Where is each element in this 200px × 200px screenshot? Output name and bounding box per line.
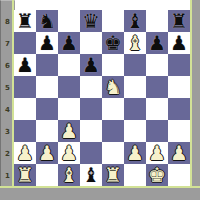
square-c3[interactable]: ♟ — [58, 120, 80, 142]
rank-label-4: 4 — [3, 107, 12, 114]
square-d5[interactable] — [80, 76, 102, 98]
file-coordinate-strip: ABCDEFGH — [0, 186, 200, 200]
square-g6[interactable] — [146, 54, 168, 76]
black-bishop[interactable]: ♝ — [80, 164, 102, 186]
square-c8[interactable] — [58, 10, 80, 32]
black-pawn[interactable]: ♟ — [36, 32, 58, 54]
white-pawn[interactable]: ♟ — [58, 142, 80, 164]
black-rook[interactable]: ♜ — [168, 10, 190, 32]
white-bishop[interactable]: ♝ — [58, 164, 80, 186]
square-e2[interactable] — [102, 142, 124, 164]
white-pawn[interactable]: ♟ — [146, 142, 168, 164]
white-pawn[interactable]: ♟ — [36, 142, 58, 164]
rank-label-2: 2 — [3, 151, 12, 158]
square-c5[interactable] — [58, 76, 80, 98]
square-g7[interactable]: ♟ — [146, 32, 168, 54]
square-b4[interactable] — [36, 98, 58, 120]
square-d3[interactable] — [80, 120, 102, 142]
white-rook[interactable]: ♜ — [14, 164, 36, 186]
rank-label-8: 8 — [3, 19, 12, 26]
black-bishop[interactable]: ♝ — [124, 10, 146, 32]
square-b6[interactable] — [36, 54, 58, 76]
square-c4[interactable] — [58, 98, 80, 120]
square-e6[interactable] — [102, 54, 124, 76]
white-rook[interactable]: ♜ — [102, 164, 124, 186]
square-g5[interactable] — [146, 76, 168, 98]
square-f5[interactable] — [124, 76, 146, 98]
square-b7[interactable]: ♟ — [36, 32, 58, 54]
square-f4[interactable] — [124, 98, 146, 120]
board-edge-line-left — [12, 0, 14, 188]
square-e5[interactable]: ♞ — [102, 76, 124, 98]
square-h5[interactable] — [168, 76, 190, 98]
square-h8[interactable]: ♜ — [168, 10, 190, 32]
square-g4[interactable] — [146, 98, 168, 120]
rank-label-1: 1 — [3, 173, 12, 180]
square-f1[interactable] — [124, 164, 146, 186]
black-pawn[interactable]: ♟ — [146, 32, 168, 54]
square-a4[interactable] — [14, 98, 36, 120]
square-b8[interactable]: ♞ — [36, 10, 58, 32]
square-f6[interactable] — [124, 54, 146, 76]
white-pawn[interactable]: ♟ — [168, 142, 190, 164]
square-d6[interactable]: ♟ — [80, 54, 102, 76]
square-d2[interactable] — [80, 142, 102, 164]
black-king[interactable]: ♚ — [102, 32, 124, 54]
square-f2[interactable]: ♟ — [124, 142, 146, 164]
black-pawn[interactable]: ♟ — [58, 32, 80, 54]
square-g2[interactable]: ♟ — [146, 142, 168, 164]
square-a6[interactable]: ♟ — [14, 54, 36, 76]
square-d1[interactable]: ♝ — [80, 164, 102, 186]
square-b3[interactable] — [36, 120, 58, 142]
square-h2[interactable]: ♟ — [168, 142, 190, 164]
board-edge-line-right — [190, 0, 192, 188]
square-f7[interactable]: ♝ — [124, 32, 146, 54]
rank-label-3: 3 — [3, 129, 12, 136]
square-g3[interactable] — [146, 120, 168, 142]
square-b5[interactable] — [36, 76, 58, 98]
square-b2[interactable]: ♟ — [36, 142, 58, 164]
black-queen[interactable]: ♛ — [80, 10, 102, 32]
square-h1[interactable] — [168, 164, 190, 186]
rank-label-7: 7 — [3, 41, 12, 48]
square-c2[interactable]: ♟ — [58, 142, 80, 164]
white-king[interactable]: ♚ — [146, 164, 168, 186]
square-c7[interactable]: ♟ — [58, 32, 80, 54]
square-a2[interactable]: ♟ — [14, 142, 36, 164]
square-a7[interactable] — [14, 32, 36, 54]
chess-board: ♜♞♛♝♜♟♟♚♝♟♟♟♟♞♟♟♟♟♟♟♟♜♝♝♜♚ — [14, 10, 190, 186]
white-pawn[interactable]: ♟ — [14, 142, 36, 164]
square-a5[interactable] — [14, 76, 36, 98]
square-g1[interactable]: ♚ — [146, 164, 168, 186]
square-d4[interactable] — [80, 98, 102, 120]
square-f8[interactable]: ♝ — [124, 10, 146, 32]
black-rook[interactable]: ♜ — [14, 10, 36, 32]
white-pawn[interactable]: ♟ — [124, 142, 146, 164]
square-d7[interactable] — [80, 32, 102, 54]
square-d8[interactable]: ♛ — [80, 10, 102, 32]
square-e3[interactable] — [102, 120, 124, 142]
chess-board-window: 87654321 ABCDEFGH ♜♞♛♝♜♟♟♚♝♟♟♟♟♞♟♟♟♟♟♟♟♜… — [0, 0, 200, 200]
square-h3[interactable] — [168, 120, 190, 142]
square-g8[interactable] — [146, 10, 168, 32]
square-e8[interactable] — [102, 10, 124, 32]
black-pawn[interactable]: ♟ — [80, 54, 102, 76]
rank-label-5: 5 — [3, 85, 12, 92]
square-a3[interactable] — [14, 120, 36, 142]
square-h4[interactable] — [168, 98, 190, 120]
white-pawn[interactable]: ♟ — [58, 120, 80, 142]
square-e4[interactable] — [102, 98, 124, 120]
white-knight[interactable]: ♞ — [102, 76, 124, 98]
black-knight[interactable]: ♞ — [36, 10, 58, 32]
black-pawn[interactable]: ♟ — [168, 32, 190, 54]
square-f3[interactable] — [124, 120, 146, 142]
square-a8[interactable]: ♜ — [14, 10, 36, 32]
square-a1[interactable]: ♜ — [14, 164, 36, 186]
square-h6[interactable] — [168, 54, 190, 76]
square-e7[interactable]: ♚ — [102, 32, 124, 54]
square-c1[interactable]: ♝ — [58, 164, 80, 186]
white-bishop[interactable]: ♝ — [124, 32, 146, 54]
square-h7[interactable]: ♟ — [168, 32, 190, 54]
black-pawn[interactable]: ♟ — [14, 54, 36, 76]
rank-label-6: 6 — [3, 63, 12, 70]
square-c6[interactable] — [58, 54, 80, 76]
square-b1[interactable] — [36, 164, 58, 186]
board-edge-line-bottom — [0, 186, 200, 188]
square-e1[interactable]: ♜ — [102, 164, 124, 186]
